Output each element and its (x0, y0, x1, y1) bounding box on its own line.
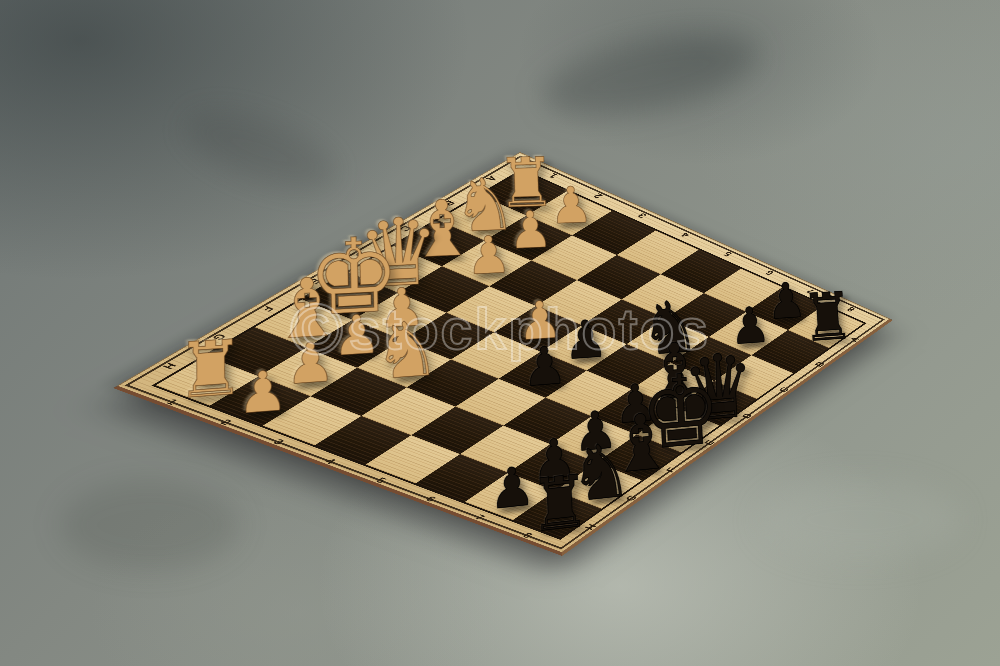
floor-stain (175, 94, 346, 205)
piece-black-pawn-e5[interactable]: ♟ (522, 339, 568, 394)
piece-white-pawn-g2[interactable]: ♟ (285, 335, 335, 393)
piece-white-pawn-a2[interactable]: ♟ (549, 180, 594, 232)
piece-white-pawn-b2[interactable]: ♟ (508, 204, 554, 257)
photo-background: 1122334455667788AABBCCDDEEFFGGHH♜♞♝♛♚♝♜♟… (0, 0, 1000, 666)
floor-stain (60, 480, 240, 570)
piece-white-rook-h1[interactable]: ♜ (176, 329, 246, 410)
piece-white-pawn-c2[interactable]: ♟ (465, 229, 511, 283)
chess-board[interactable]: 1122334455667788AABBCCDDEEFFGGHH♜♞♝♛♚♝♜♟… (113, 152, 893, 556)
piece-black-pawn-d5[interactable]: ♟ (563, 313, 608, 367)
floor-stain (535, 18, 765, 132)
floor-light-patch (760, 480, 960, 560)
piece-black-rook-a8[interactable]: ♜ (800, 283, 855, 351)
piece-white-pawn-h2[interactable]: ♟ (237, 363, 288, 423)
piece-black-rook-h8[interactable]: ♜ (528, 464, 591, 542)
piece-white-knight-f3[interactable]: ♞ (373, 310, 442, 391)
